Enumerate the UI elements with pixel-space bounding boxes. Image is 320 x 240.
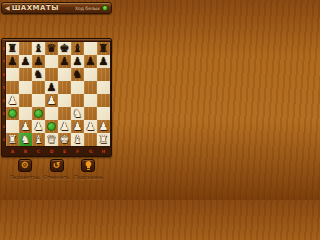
piece-white-knight: ♞ — [21, 133, 31, 146]
square-d7[interactable] — [45, 55, 58, 68]
piece-white-rook: ♜ — [8, 133, 18, 146]
piece-black-pawn: ♟ — [47, 81, 57, 94]
file-label-b: B — [19, 147, 32, 156]
bottom-toolbar: ⚙ Параметры ↺ Отменить Подсказка — [0, 159, 113, 180]
square-f7[interactable]: ♟ — [71, 55, 84, 68]
square-d5[interactable]: ♟ — [45, 81, 58, 94]
square-e8[interactable]: ♚ — [58, 42, 71, 55]
file-labels: ABCDEFGH — [6, 147, 110, 156]
square-g1[interactable] — [84, 133, 97, 146]
piece-white-king: ♚ — [60, 133, 70, 146]
square-e7[interactable]: ♟ — [58, 55, 71, 68]
square-a3[interactable] — [6, 107, 19, 120]
piece-black-pawn: ♟ — [99, 55, 109, 68]
square-h1[interactable]: ♜ — [97, 133, 110, 146]
square-e5[interactable] — [58, 81, 71, 94]
piece-black-pawn: ♟ — [60, 55, 70, 68]
chess-board: 87654321 ♜♝♛♚♝♜♟♟♟♟♟♟♟♞♞♟♟♟♞♟♟♟♟♟♟♜♞♝♛♚♝… — [1, 38, 112, 157]
square-g2[interactable]: ♟ — [84, 120, 97, 133]
square-g3[interactable] — [84, 107, 97, 120]
file-label-d: D — [45, 147, 58, 156]
square-c4[interactable] — [32, 94, 45, 107]
square-e6[interactable] — [58, 68, 71, 81]
undo-button[interactable]: ↺ Отменить — [41, 159, 73, 180]
square-f5[interactable] — [71, 81, 84, 94]
square-b7[interactable]: ♟ — [19, 55, 32, 68]
square-f1[interactable]: ♝ — [71, 133, 84, 146]
file-label-h: H — [97, 147, 110, 156]
gear-icon: ⚙ — [18, 159, 32, 172]
piece-white-queen: ♛ — [47, 133, 57, 146]
piece-white-pawn: ♟ — [73, 120, 83, 133]
square-c7[interactable]: ♟ — [32, 55, 45, 68]
piece-white-pawn: ♟ — [99, 120, 109, 133]
square-h2[interactable]: ♟ — [97, 120, 110, 133]
file-label-a: A — [6, 147, 19, 156]
square-f4[interactable] — [71, 94, 84, 107]
square-b4[interactable] — [19, 94, 32, 107]
square-a1[interactable]: ♜ — [6, 133, 19, 146]
square-f2[interactable]: ♟ — [71, 120, 84, 133]
piece-black-rook: ♜ — [8, 42, 18, 55]
piece-white-pawn: ♟ — [47, 94, 57, 107]
piece-black-pawn: ♟ — [8, 55, 18, 68]
square-h6[interactable] — [97, 68, 110, 81]
square-h7[interactable]: ♟ — [97, 55, 110, 68]
turn-indicator-icon — [102, 5, 108, 11]
square-d3[interactable] — [45, 107, 58, 120]
piece-white-knight: ♞ — [73, 107, 83, 120]
square-h3[interactable] — [97, 107, 110, 120]
square-e4[interactable] — [58, 94, 71, 107]
square-c2[interactable]: ♟ — [32, 120, 45, 133]
app-title: ШАХМАТЫ — [12, 4, 59, 12]
square-c1[interactable]: ♝ — [32, 133, 45, 146]
turn-label: Ход белых — [75, 6, 100, 11]
piece-black-king: ♚ — [60, 42, 70, 55]
square-e3[interactable] — [58, 107, 71, 120]
square-d6[interactable] — [45, 68, 58, 81]
turn-status: Ход белых — [75, 5, 108, 11]
square-b1[interactable]: ♞ — [19, 133, 32, 146]
undo-label: Отменить — [43, 174, 69, 180]
square-f6[interactable]: ♞ — [71, 68, 84, 81]
square-a5[interactable] — [6, 81, 19, 94]
piece-white-bishop: ♝ — [34, 133, 44, 146]
file-label-f: F — [71, 147, 84, 156]
square-g8[interactable] — [84, 42, 97, 55]
square-d4[interactable]: ♟ — [45, 94, 58, 107]
square-d8[interactable]: ♛ — [45, 42, 58, 55]
square-c3[interactable] — [32, 107, 45, 120]
undo-icon: ↺ — [50, 159, 64, 172]
piece-black-pawn: ♟ — [86, 55, 96, 68]
square-b5[interactable] — [19, 81, 32, 94]
piece-black-pawn: ♟ — [73, 55, 83, 68]
file-label-c: C — [32, 147, 45, 156]
square-b6[interactable] — [19, 68, 32, 81]
square-a7[interactable]: ♟ — [6, 55, 19, 68]
hint-button[interactable]: Подсказка — [72, 159, 104, 180]
piece-white-pawn: ♟ — [8, 94, 18, 107]
piece-black-pawn: ♟ — [21, 55, 31, 68]
square-g7[interactable]: ♟ — [84, 55, 97, 68]
file-label-e: E — [58, 147, 71, 156]
move-hint-dot[interactable] — [8, 109, 17, 118]
square-a4[interactable]: ♟ — [6, 94, 19, 107]
square-g4[interactable] — [84, 94, 97, 107]
square-g5[interactable] — [84, 81, 97, 94]
square-a2[interactable] — [6, 120, 19, 133]
back-icon[interactable]: ◀ — [5, 3, 10, 13]
square-c5[interactable] — [32, 81, 45, 94]
piece-white-pawn: ♟ — [60, 120, 70, 133]
square-h8[interactable]: ♜ — [97, 42, 110, 55]
square-e1[interactable]: ♚ — [58, 133, 71, 146]
square-c8[interactable]: ♝ — [32, 42, 45, 55]
square-b3[interactable] — [19, 107, 32, 120]
square-d2[interactable] — [45, 120, 58, 133]
hint-bulb-icon — [81, 159, 95, 172]
move-hint-dot[interactable] — [47, 122, 56, 131]
board-grid[interactable]: ♜♝♛♚♝♜♟♟♟♟♟♟♟♞♞♟♟♟♞♟♟♟♟♟♟♜♞♝♛♚♝♜ — [6, 42, 110, 146]
square-e2[interactable]: ♟ — [58, 120, 71, 133]
square-f3[interactable]: ♞ — [71, 107, 84, 120]
hint-label: Подсказка — [74, 174, 102, 180]
square-f8[interactable]: ♝ — [71, 42, 84, 55]
piece-black-bishop: ♝ — [73, 42, 83, 55]
file-label-g: G — [84, 147, 97, 156]
piece-white-pawn: ♟ — [34, 120, 44, 133]
piece-black-pawn: ♟ — [34, 55, 44, 68]
piece-white-pawn: ♟ — [21, 120, 31, 133]
header-bar: ◀ ШАХМАТЫ Ход белых — [1, 2, 112, 14]
settings-label: Параметры — [10, 174, 40, 180]
square-b8[interactable] — [19, 42, 32, 55]
piece-black-knight: ♞ — [73, 68, 83, 81]
piece-black-bishop: ♝ — [34, 42, 44, 55]
square-g6[interactable] — [84, 68, 97, 81]
square-c6[interactable]: ♞ — [32, 68, 45, 81]
piece-black-knight: ♞ — [34, 68, 44, 81]
piece-black-queen: ♛ — [47, 42, 57, 55]
square-d1[interactable]: ♛ — [45, 133, 58, 146]
square-a6[interactable] — [6, 68, 19, 81]
square-h5[interactable] — [97, 81, 110, 94]
square-a8[interactable]: ♜ — [6, 42, 19, 55]
settings-button[interactable]: ⚙ Параметры — [9, 159, 41, 180]
piece-white-bishop: ♝ — [73, 133, 83, 146]
piece-white-pawn: ♟ — [86, 120, 96, 133]
square-b2[interactable]: ♟ — [19, 120, 32, 133]
piece-white-rook: ♜ — [99, 133, 109, 146]
piece-black-rook: ♜ — [99, 42, 109, 55]
move-hint-dot[interactable] — [34, 109, 43, 118]
square-h4[interactable] — [97, 94, 110, 107]
